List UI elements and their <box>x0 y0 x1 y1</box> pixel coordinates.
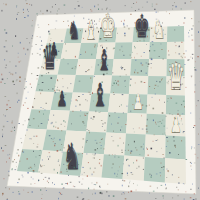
piece-black-bishop-d6: ♝ <box>97 47 111 76</box>
piece-black-bishop-d4: ♝ <box>92 80 108 112</box>
piece-white-pawn-f4: ♟ <box>132 92 143 113</box>
board-photo-scene: ♞♝♚♚♞♟♛♝♛♟♝♟♟♞ <box>0 0 200 200</box>
piece-black-queen-a6: ♛ <box>42 41 59 75</box>
piece-white-king-d8: ♚ <box>100 11 116 43</box>
piece-black-pawn-b4: ♟ <box>57 89 68 110</box>
piece-white-queen-h5: ♛ <box>167 59 185 95</box>
piece-white-knight-g8: ♞ <box>152 17 164 42</box>
piece-black-knight-b8: ♞ <box>68 18 80 43</box>
pieces-layer: ♞♝♚♚♞♟♛♝♛♟♝♟♟♞ <box>0 0 200 200</box>
piece-white-bishop-c8: ♝ <box>84 17 97 43</box>
piece-black-king-f8: ♚ <box>134 11 150 43</box>
piece-white-pawn-h3: ♟ <box>170 114 181 136</box>
piece-black-knight-c1: ♞ <box>62 138 80 174</box>
